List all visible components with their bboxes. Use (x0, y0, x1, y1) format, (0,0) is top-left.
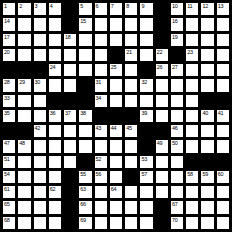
white-cell[interactable]: 17 (2, 33, 16, 47)
white-cell[interactable] (185, 94, 199, 108)
white-cell[interactable]: 68 (2, 216, 16, 230)
clue-number: 26 (157, 64, 163, 70)
white-cell[interactable] (94, 216, 108, 230)
clue-number: 22 (157, 49, 163, 55)
clue-number: 27 (172, 64, 178, 70)
white-cell[interactable] (155, 94, 169, 108)
white-cell[interactable] (48, 78, 62, 92)
clue-number: 60 (218, 171, 224, 177)
white-cell[interactable] (17, 17, 31, 31)
white-cell[interactable] (17, 170, 31, 184)
white-cell[interactable]: 47 (2, 139, 16, 153)
clue-number: 45 (126, 125, 132, 131)
white-cell[interactable] (94, 200, 108, 214)
white-cell[interactable] (48, 216, 62, 230)
clue-number: 18 (65, 34, 71, 40)
white-cell[interactable] (109, 170, 123, 184)
white-cell[interactable]: 40 (200, 109, 214, 123)
clue-number: 62 (50, 186, 56, 192)
white-cell[interactable] (94, 63, 108, 77)
white-cell[interactable] (63, 139, 77, 153)
white-cell[interactable] (170, 109, 184, 123)
clue-number: 69 (80, 217, 86, 223)
white-cell[interactable] (48, 17, 62, 31)
white-cell[interactable]: 53 (139, 155, 153, 169)
white-cell[interactable]: 43 (94, 124, 108, 138)
white-cell[interactable] (109, 155, 123, 169)
white-cell[interactable]: 11 (185, 2, 199, 16)
clue-number: 55 (80, 171, 86, 177)
white-cell[interactable]: 57 (139, 170, 153, 184)
black-cell (78, 78, 92, 92)
white-cell[interactable] (170, 155, 184, 169)
white-cell[interactable]: 37 (63, 109, 77, 123)
white-cell[interactable]: 35 (2, 109, 16, 123)
white-cell[interactable] (17, 48, 31, 62)
white-cell[interactable] (109, 139, 123, 153)
black-cell (155, 200, 169, 214)
white-cell[interactable] (124, 78, 138, 92)
black-cell (139, 124, 153, 138)
white-cell[interactable] (124, 139, 138, 153)
white-cell[interactable] (139, 33, 153, 47)
white-cell[interactable] (17, 200, 31, 214)
white-cell[interactable] (200, 33, 214, 47)
white-cell[interactable]: 34 (94, 94, 108, 108)
white-cell[interactable]: 6 (94, 2, 108, 16)
white-cell[interactable]: 25 (109, 63, 123, 77)
black-cell (155, 33, 169, 47)
white-cell[interactable]: 23 (185, 48, 199, 62)
clue-number: 40 (202, 110, 208, 116)
clue-number: 44 (111, 125, 117, 131)
clue-number: 14 (4, 18, 10, 24)
clue-number: 24 (50, 64, 56, 70)
white-cell[interactable] (124, 17, 138, 31)
white-cell[interactable] (78, 48, 92, 62)
black-cell (200, 94, 214, 108)
white-cell[interactable] (216, 33, 230, 47)
clue-number: 15 (80, 18, 86, 24)
white-cell[interactable]: 49 (155, 139, 169, 153)
clue-number: 31 (96, 79, 102, 85)
white-cell[interactable] (139, 94, 153, 108)
black-cell (155, 2, 169, 16)
white-cell[interactable]: 28 (2, 78, 16, 92)
white-cell[interactable] (155, 170, 169, 184)
white-cell[interactable]: 7 (109, 2, 123, 16)
black-cell (124, 170, 138, 184)
clue-number: 66 (80, 201, 86, 207)
white-cell[interactable] (48, 33, 62, 47)
black-cell (155, 216, 169, 230)
clue-number: 61 (4, 186, 10, 192)
white-cell[interactable]: 64 (109, 185, 123, 199)
white-cell[interactable] (216, 17, 230, 31)
white-cell[interactable] (185, 17, 199, 31)
clue-number: 42 (35, 125, 41, 131)
clue-number: 56 (96, 171, 102, 177)
white-cell[interactable]: 42 (33, 124, 47, 138)
black-cell (33, 63, 47, 77)
white-cell[interactable] (216, 124, 230, 138)
black-cell (185, 155, 199, 169)
clue-number: 30 (35, 79, 41, 85)
clue-number: 47 (4, 140, 10, 146)
black-cell (63, 17, 77, 31)
white-cell[interactable]: 70 (170, 216, 184, 230)
white-cell[interactable] (17, 216, 31, 230)
white-cell[interactable] (170, 78, 184, 92)
clue-number: 43 (96, 125, 102, 131)
white-cell[interactable] (139, 48, 153, 62)
white-cell[interactable] (185, 124, 199, 138)
white-cell[interactable] (139, 200, 153, 214)
white-cell[interactable] (94, 33, 108, 47)
white-cell[interactable] (155, 78, 169, 92)
black-cell (155, 124, 169, 138)
white-cell[interactable] (200, 17, 214, 31)
white-cell[interactable] (124, 63, 138, 77)
white-cell[interactable]: 51 (2, 155, 16, 169)
white-cell[interactable]: 52 (94, 155, 108, 169)
white-cell[interactable] (170, 185, 184, 199)
clue-number: 19 (172, 34, 178, 40)
white-cell[interactable] (124, 33, 138, 47)
white-cell[interactable] (124, 200, 138, 214)
white-cell[interactable] (216, 78, 230, 92)
clue-number: 6 (96, 3, 99, 9)
white-cell[interactable] (94, 17, 108, 31)
white-cell[interactable]: 59 (200, 170, 214, 184)
black-cell (17, 63, 31, 77)
black-cell (216, 94, 230, 108)
clue-number: 23 (187, 49, 193, 55)
clue-number: 5 (80, 3, 83, 9)
white-cell[interactable] (200, 185, 214, 199)
white-cell[interactable] (109, 78, 123, 92)
white-cell[interactable] (216, 216, 230, 230)
white-cell[interactable] (48, 124, 62, 138)
clue-number: 16 (172, 18, 178, 24)
black-cell (170, 48, 184, 62)
clue-number: 64 (111, 186, 117, 192)
white-cell[interactable] (33, 155, 47, 169)
white-cell[interactable] (78, 139, 92, 153)
white-cell[interactable] (109, 216, 123, 230)
clue-number: 35 (4, 110, 10, 116)
white-cell[interactable]: 48 (17, 139, 31, 153)
white-cell[interactable] (17, 155, 31, 169)
clue-number: 21 (126, 49, 132, 55)
white-cell[interactable]: 32 (139, 78, 153, 92)
clue-number: 37 (65, 110, 71, 116)
white-cell[interactable] (170, 94, 184, 108)
black-cell (17, 124, 31, 138)
white-cell[interactable] (109, 94, 123, 108)
clue-number: 41 (218, 110, 224, 116)
clue-number: 25 (111, 64, 117, 70)
clue-number: 9 (141, 3, 144, 9)
white-cell[interactable] (63, 124, 77, 138)
white-cell[interactable] (17, 109, 31, 123)
white-cell[interactable] (48, 200, 62, 214)
black-cell (78, 94, 92, 108)
clue-number: 17 (4, 34, 10, 40)
white-cell[interactable]: 33 (2, 94, 16, 108)
white-cell[interactable] (139, 216, 153, 230)
white-cell[interactable]: 27 (170, 63, 184, 77)
white-cell[interactable] (155, 155, 169, 169)
clue-number: 4 (50, 3, 53, 9)
white-cell[interactable]: 4 (48, 2, 62, 16)
black-cell (155, 17, 169, 31)
clue-number: 2 (19, 3, 22, 9)
white-cell[interactable] (139, 17, 153, 31)
white-cell[interactable]: 31 (94, 78, 108, 92)
white-cell[interactable] (78, 124, 92, 138)
white-cell[interactable] (33, 48, 47, 62)
white-cell[interactable]: 66 (78, 200, 92, 214)
white-cell[interactable] (33, 200, 47, 214)
clue-number: 38 (80, 110, 86, 116)
clue-number: 63 (80, 186, 86, 192)
white-cell[interactable]: 8 (124, 2, 138, 16)
black-cell (78, 155, 92, 169)
white-cell[interactable]: 13 (216, 2, 230, 16)
clue-number: 32 (141, 79, 147, 85)
white-cell[interactable] (185, 185, 199, 199)
white-cell[interactable] (124, 216, 138, 230)
white-cell[interactable] (94, 48, 108, 62)
white-cell[interactable] (33, 170, 47, 184)
white-cell[interactable] (200, 200, 214, 214)
white-cell[interactable] (216, 200, 230, 214)
white-cell[interactable] (17, 94, 31, 108)
white-cell[interactable]: 19 (170, 33, 184, 47)
white-cell[interactable] (63, 63, 77, 77)
white-cell[interactable]: 21 (124, 48, 138, 62)
white-cell[interactable] (109, 17, 123, 31)
white-cell[interactable]: 24 (48, 63, 62, 77)
white-cell[interactable] (33, 94, 47, 108)
clue-number: 33 (4, 95, 10, 101)
clue-number: 28 (4, 79, 10, 85)
white-cell[interactable] (124, 155, 138, 169)
clue-number: 48 (19, 140, 25, 146)
white-cell[interactable] (216, 63, 230, 77)
white-cell[interactable] (33, 216, 47, 230)
white-cell[interactable]: 41 (216, 109, 230, 123)
black-cell (124, 109, 138, 123)
white-cell[interactable] (78, 63, 92, 77)
white-cell[interactable] (200, 124, 214, 138)
clue-number: 29 (19, 79, 25, 85)
white-cell[interactable]: 30 (33, 78, 47, 92)
white-cell[interactable]: 45 (124, 124, 138, 138)
white-cell[interactable]: 60 (216, 170, 230, 184)
white-cell[interactable] (17, 33, 31, 47)
white-cell[interactable] (139, 185, 153, 199)
white-cell[interactable]: 14 (2, 17, 16, 31)
clue-number: 58 (187, 171, 193, 177)
white-cell[interactable] (216, 48, 230, 62)
white-cell[interactable]: 22 (155, 48, 169, 62)
white-cell[interactable]: 54 (2, 170, 16, 184)
white-cell[interactable]: 1 (2, 2, 16, 16)
clue-number: 1 (4, 3, 7, 9)
white-cell[interactable] (17, 185, 31, 199)
white-cell[interactable] (63, 48, 77, 62)
black-cell (48, 94, 62, 108)
white-cell[interactable] (185, 109, 199, 123)
black-cell (94, 109, 108, 123)
white-cell[interactable] (200, 63, 214, 77)
clue-number: 34 (96, 95, 102, 101)
white-cell[interactable]: 3 (33, 2, 47, 16)
white-cell[interactable] (185, 33, 199, 47)
clue-number: 52 (96, 156, 102, 162)
white-cell[interactable] (200, 139, 214, 153)
crossword-puzzle: 1234567891011121314151617181920212223242… (0, 0, 232, 232)
white-cell[interactable]: 9 (139, 2, 153, 16)
white-cell[interactable]: 55 (78, 170, 92, 184)
white-cell[interactable] (216, 185, 230, 199)
clue-number: 8 (126, 3, 129, 9)
white-cell[interactable] (155, 109, 169, 123)
white-cell[interactable]: 63 (78, 185, 92, 199)
clue-number: 10 (172, 3, 178, 9)
white-cell[interactable]: 56 (94, 170, 108, 184)
white-cell[interactable] (216, 139, 230, 153)
white-cell[interactable]: 2 (17, 2, 31, 16)
white-cell[interactable] (33, 139, 47, 153)
white-cell[interactable] (200, 48, 214, 62)
white-cell[interactable]: 46 (170, 124, 184, 138)
black-cell (2, 124, 16, 138)
clue-number: 50 (172, 140, 178, 146)
white-cell[interactable] (78, 33, 92, 47)
white-cell[interactable] (200, 216, 214, 230)
white-cell[interactable]: 10 (170, 2, 184, 16)
white-cell[interactable] (185, 78, 199, 92)
white-cell[interactable]: 69 (78, 216, 92, 230)
black-cell (109, 109, 123, 123)
white-cell[interactable]: 12 (200, 2, 214, 16)
white-cell[interactable] (94, 139, 108, 153)
white-cell[interactable] (185, 216, 199, 230)
white-cell[interactable] (155, 185, 169, 199)
clue-number: 12 (202, 3, 208, 9)
black-cell (63, 2, 77, 16)
white-cell[interactable]: 18 (63, 33, 77, 47)
white-cell[interactable]: 58 (185, 170, 199, 184)
white-cell[interactable] (33, 17, 47, 31)
clue-number: 53 (141, 156, 147, 162)
white-cell[interactable]: 26 (155, 63, 169, 77)
clue-number: 36 (50, 110, 56, 116)
white-cell[interactable] (200, 78, 214, 92)
white-cell[interactable] (48, 155, 62, 169)
white-cell[interactable] (48, 139, 62, 153)
white-cell[interactable] (63, 155, 77, 169)
clue-number: 51 (4, 156, 10, 162)
white-cell[interactable] (33, 33, 47, 47)
white-cell[interactable]: 39 (139, 109, 153, 123)
black-cell (216, 155, 230, 169)
white-cell[interactable] (48, 170, 62, 184)
black-cell (139, 63, 153, 77)
white-cell[interactable] (33, 185, 47, 199)
black-cell (63, 94, 77, 108)
black-cell (200, 155, 214, 169)
black-cell (63, 200, 77, 214)
white-cell[interactable]: 65 (2, 200, 16, 214)
white-cell[interactable]: 67 (170, 200, 184, 214)
clue-number: 13 (218, 3, 224, 9)
white-cell[interactable]: 15 (78, 17, 92, 31)
clue-number: 39 (141, 110, 147, 116)
clue-number: 59 (202, 171, 208, 177)
white-cell[interactable] (185, 63, 199, 77)
white-cell[interactable]: 5 (78, 2, 92, 16)
clue-number: 70 (172, 217, 178, 223)
white-cell[interactable]: 62 (48, 185, 62, 199)
black-cell (63, 185, 77, 199)
white-cell[interactable] (109, 200, 123, 214)
white-cell[interactable]: 61 (2, 185, 16, 199)
white-cell[interactable] (185, 139, 199, 153)
black-cell (63, 170, 77, 184)
clue-number: 57 (141, 171, 147, 177)
clue-number: 49 (157, 140, 163, 146)
clue-number: 46 (172, 125, 178, 131)
clue-number: 54 (4, 171, 10, 177)
clue-number: 20 (4, 49, 10, 55)
white-cell[interactable] (170, 170, 184, 184)
black-cell (109, 48, 123, 62)
white-cell[interactable] (48, 48, 62, 62)
white-cell[interactable] (63, 78, 77, 92)
clue-number: 65 (4, 201, 10, 207)
white-cell[interactable] (185, 200, 199, 214)
clue-number: 3 (35, 3, 38, 9)
white-cell[interactable] (124, 185, 138, 199)
clue-number: 67 (172, 201, 178, 207)
crossword-grid: 1234567891011121314151617181920212223242… (0, 0, 232, 232)
black-cell (63, 216, 77, 230)
white-cell[interactable] (109, 33, 123, 47)
black-cell (139, 139, 153, 153)
clue-number: 68 (4, 217, 10, 223)
white-cell[interactable]: 50 (170, 139, 184, 153)
clue-number: 11 (187, 3, 192, 9)
clue-number: 7 (111, 3, 114, 9)
white-cell[interactable]: 38 (78, 109, 92, 123)
white-cell[interactable]: 29 (17, 78, 31, 92)
white-cell[interactable] (124, 94, 138, 108)
black-cell (2, 63, 16, 77)
white-cell[interactable]: 16 (170, 17, 184, 31)
white-cell[interactable]: 20 (2, 48, 16, 62)
white-cell[interactable]: 36 (48, 109, 62, 123)
white-cell[interactable] (33, 109, 47, 123)
white-cell[interactable] (94, 185, 108, 199)
white-cell[interactable]: 44 (109, 124, 123, 138)
